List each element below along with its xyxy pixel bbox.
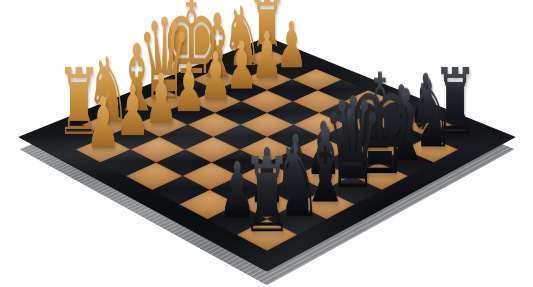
chess-board-slab: ♜♟♟♜♞♟♟♞♝♟♟♝♚♟♟♚♛♟♟♛♝♟♟♝♞♟♟♞♜♟♟♜ (18, 36, 516, 271)
white-pawn[interactable]: ♟ (85, 87, 119, 158)
chess-board: ♜♟♟♜♞♟♟♞♝♟♟♝♚♟♟♚♛♟♟♛♝♟♟♝♞♟♟♞♜♟♟♜ (52, 48, 482, 250)
black-rook[interactable]: ♜ (241, 144, 291, 248)
board-square[interactable]: ♜ (236, 219, 296, 250)
chess-set-photo: Black and Golden Tan Marble Chess Set rn… (0, 0, 533, 287)
